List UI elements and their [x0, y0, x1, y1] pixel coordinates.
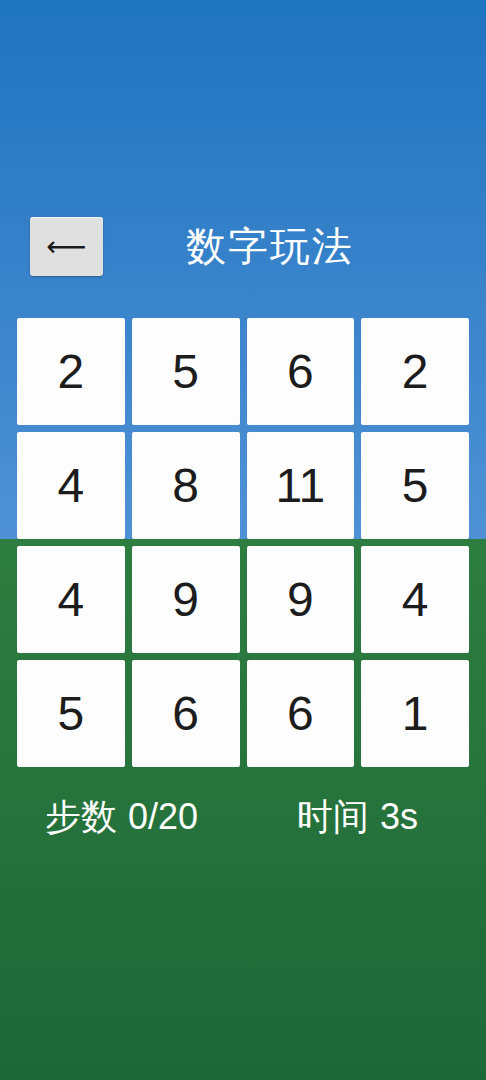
grid-cell-r4c2[interactable]: 6 — [132, 660, 240, 767]
status-bar: 步数 0/20 时间 3s — [0, 796, 486, 838]
header-bar: ⟵ 数字玩法 — [0, 217, 486, 276]
grid-cell-r4c4[interactable]: 1 — [361, 660, 469, 767]
time-stat: 时间 3s — [236, 796, 479, 838]
grid-cell-r1c1[interactable]: 2 — [17, 318, 125, 425]
grid-cell-r2c3[interactable]: 11 — [247, 432, 355, 539]
grid-cell-r2c4[interactable]: 5 — [361, 432, 469, 539]
steps-label: 步数 — [45, 793, 117, 842]
game-screen: ⟵ 数字玩法 25624811549945661 步数 0/20 时间 3s — [0, 0, 486, 1080]
grid-cell-r2c2[interactable]: 8 — [132, 432, 240, 539]
grid-cell-r2c1[interactable]: 4 — [17, 432, 125, 539]
grid-cell-r4c3[interactable]: 6 — [247, 660, 355, 767]
grid-cell-r3c1[interactable]: 4 — [17, 546, 125, 653]
grid-cell-r3c3[interactable]: 9 — [247, 546, 355, 653]
steps-value: 0/20 — [128, 796, 198, 838]
time-value: 3s — [380, 796, 418, 838]
page-title: 数字玩法 — [54, 217, 486, 276]
grid-cell-r1c3[interactable]: 6 — [247, 318, 355, 425]
time-label: 时间 — [297, 793, 369, 842]
steps-stat: 步数 0/20 — [0, 796, 243, 838]
grid-cell-r3c2[interactable]: 9 — [132, 546, 240, 653]
grid-cell-r1c2[interactable]: 5 — [132, 318, 240, 425]
grid-cell-r3c4[interactable]: 4 — [361, 546, 469, 653]
number-grid: 25624811549945661 — [17, 318, 469, 767]
grid-cell-r1c4[interactable]: 2 — [361, 318, 469, 425]
grid-cell-r4c1[interactable]: 5 — [17, 660, 125, 767]
